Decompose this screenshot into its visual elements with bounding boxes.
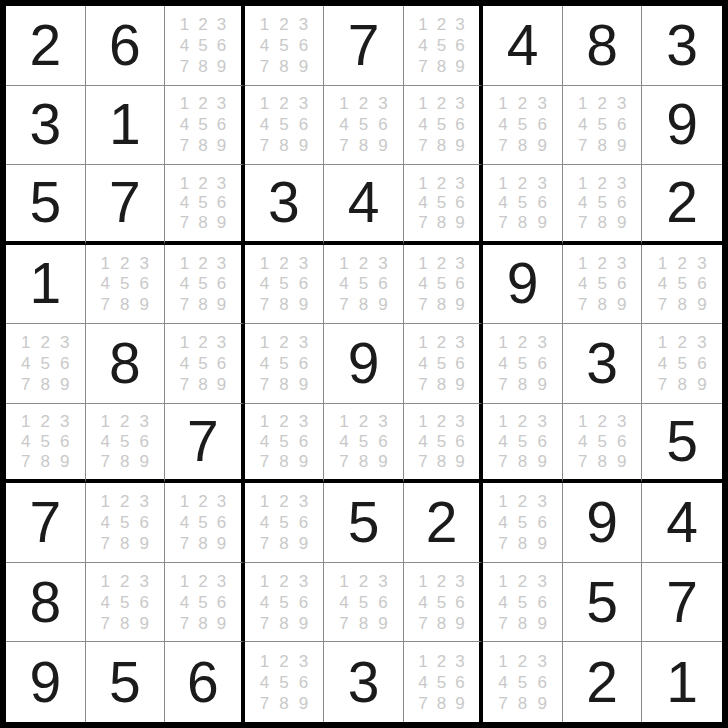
cell-r3c8[interactable]: 123456789 [563,165,643,245]
pencil-mark-9: 9 [299,615,308,632]
pencil-mark-6: 6 [617,116,626,133]
pencil-mark-6: 6 [217,37,226,54]
pencil-mark-1: 1 [498,334,507,351]
pencil-mark-8: 8 [518,615,527,632]
given-digit: 9 [586,494,618,551]
pencil-mark-3: 3 [299,16,308,33]
cell-r5c4[interactable]: 123456789 [245,324,325,404]
pencil-mark-9: 9 [217,296,226,313]
cell-r4c2[interactable]: 123456789 [86,245,166,325]
pencil-mark-7: 7 [180,137,189,154]
pencil-mark-1: 1 [180,255,189,272]
given-digit: 2 [426,494,458,551]
cell-r9c7[interactable]: 123456789 [483,642,563,722]
cell-r8c5[interactable]: 123456789 [324,563,404,643]
given-digit: 4 [348,174,380,231]
cell-r9c3[interactable]: 6 [165,642,245,722]
pencil-mark-8: 8 [518,535,527,552]
given-digit: 6 [187,654,219,711]
pencil-mark-9: 9 [617,214,626,231]
cell-r7c8[interactable]: 9 [563,483,643,563]
cell-r5c3[interactable]: 123456789 [165,324,245,404]
pencil-mark-8: 8 [677,376,686,393]
pencil-mark-4: 4 [418,433,427,450]
pencil-mark-8: 8 [359,453,368,470]
pencil-mark-5: 5 [120,514,129,531]
cell-r3c3[interactable]: 123456789 [165,165,245,245]
given-digit: 7 [666,574,698,631]
pencil-mark-2: 2 [279,493,288,510]
pencil-mark-6: 6 [299,594,308,611]
cell-r6c7[interactable]: 123456789 [483,404,563,484]
pencil-mark-8: 8 [279,137,288,154]
pencil-mark-1: 1 [658,334,667,351]
pencil-mark-2: 2 [198,493,207,510]
pencil-mark-9: 9 [617,296,626,313]
cell-r9c2[interactable]: 5 [86,642,166,722]
cell-r4c4[interactable]: 123456789 [245,245,325,325]
cell-r8c7[interactable]: 123456789 [483,563,563,643]
pencil-marks: 123456789 [404,642,480,722]
pencil-mark-7: 7 [180,58,189,75]
pencil-mark-6: 6 [455,674,464,691]
pencil-mark-5: 5 [41,433,50,450]
pencil-mark-6: 6 [140,594,149,611]
pencil-mark-4: 4 [498,355,507,372]
pencil-marks: 123456789 [6,324,85,403]
cell-r9c1[interactable]: 9 [6,642,86,722]
pencil-mark-6: 6 [140,514,149,531]
pencil-mark-4: 4 [578,194,587,211]
pencil-mark-1: 1 [578,255,587,272]
pencil-mark-6: 6 [455,37,464,54]
cell-r2c5[interactable]: 123456789 [324,86,404,166]
pencil-mark-4: 4 [260,37,269,54]
pencil-mark-6: 6 [378,116,387,133]
pencil-mark-4: 4 [498,674,507,691]
pencil-mark-1: 1 [418,95,427,112]
cell-r9c9[interactable]: 1 [642,642,722,722]
cell-r4c8[interactable]: 123456789 [563,245,643,325]
pencil-mark-3: 3 [60,334,69,351]
pencil-marks: 123456789 [245,324,324,403]
pencil-marks: 123456789 [642,324,722,403]
cell-r6c9[interactable]: 5 [642,404,722,484]
pencil-mark-5: 5 [198,514,207,531]
pencil-mark-5: 5 [518,194,527,211]
pencil-mark-8: 8 [597,137,606,154]
pencil-mark-6: 6 [378,594,387,611]
pencil-mark-1: 1 [260,95,269,112]
pencil-mark-7: 7 [260,296,269,313]
pencil-mark-4: 4 [418,594,427,611]
cell-r4c6[interactable]: 123456789 [404,245,484,325]
cell-r5c6[interactable]: 123456789 [404,324,484,404]
cell-r2c8[interactable]: 123456789 [563,86,643,166]
pencil-mark-2: 2 [437,334,446,351]
pencil-mark-7: 7 [180,535,189,552]
pencil-mark-6: 6 [697,355,706,372]
pencil-mark-2: 2 [518,175,527,192]
pencil-marks: 123456789 [86,563,165,642]
pencil-mark-7: 7 [180,376,189,393]
pencil-mark-2: 2 [437,255,446,272]
pencil-mark-7: 7 [498,535,507,552]
pencil-mark-6: 6 [537,433,546,450]
pencil-mark-9: 9 [217,58,226,75]
cell-r5c8[interactable]: 3 [563,324,643,404]
cell-r2c7[interactable]: 123456789 [483,86,563,166]
cell-r7c3[interactable]: 123456789 [165,483,245,563]
pencil-mark-7: 7 [418,453,427,470]
pencil-mark-5: 5 [279,433,288,450]
pencil-mark-2: 2 [437,573,446,590]
pencil-mark-1: 1 [339,573,348,590]
cell-r7c9[interactable]: 4 [642,483,722,563]
given-digit: 8 [586,17,618,74]
pencil-mark-4: 4 [658,275,667,292]
given-digit: 5 [586,574,618,631]
cell-r8c8[interactable]: 5 [563,563,643,643]
cell-r4c7[interactable]: 9 [483,245,563,325]
pencil-mark-1: 1 [180,334,189,351]
pencil-mark-5: 5 [437,355,446,372]
pencil-mark-6: 6 [455,594,464,611]
pencil-mark-2: 2 [198,255,207,272]
pencil-marks: 123456789 [642,245,722,324]
cell-r2c2[interactable]: 1 [86,86,166,166]
pencil-mark-1: 1 [260,413,269,430]
pencil-mark-8: 8 [518,376,527,393]
pencil-mark-3: 3 [455,653,464,670]
pencil-mark-8: 8 [518,453,527,470]
pencil-mark-2: 2 [597,175,606,192]
pencil-mark-3: 3 [299,493,308,510]
pencil-mark-7: 7 [418,214,427,231]
given-digit: 3 [586,335,618,392]
pencil-mark-6: 6 [617,275,626,292]
pencil-mark-4: 4 [418,674,427,691]
cell-r4c3[interactable]: 123456789 [165,245,245,325]
pencil-mark-1: 1 [101,493,110,510]
pencil-mark-7: 7 [21,376,30,393]
pencil-mark-1: 1 [658,255,667,272]
pencil-mark-8: 8 [359,137,368,154]
cell-r8c3[interactable]: 123456789 [165,563,245,643]
pencil-mark-4: 4 [418,275,427,292]
pencil-mark-6: 6 [217,594,226,611]
given-digit: 7 [109,174,141,231]
pencil-mark-6: 6 [537,594,546,611]
cell-r6c2[interactable]: 123456789 [86,404,166,484]
pencil-mark-2: 2 [120,413,129,430]
pencil-mark-8: 8 [437,453,446,470]
pencil-mark-1: 1 [260,334,269,351]
pencil-marks: 123456789 [404,324,480,403]
cell-r4c9[interactable]: 123456789 [642,245,722,325]
given-digit: 5 [666,413,698,470]
pencil-marks: 123456789 [404,563,480,642]
pencil-mark-5: 5 [279,116,288,133]
pencil-mark-1: 1 [418,573,427,590]
pencil-mark-3: 3 [299,255,308,272]
pencil-mark-6: 6 [60,433,69,450]
given-digit: 3 [348,654,380,711]
given-digit: 2 [29,17,61,74]
cell-r6c3[interactable]: 7 [165,404,245,484]
given-digit: 5 [109,654,141,711]
given-digit: 8 [109,335,141,392]
pencil-mark-2: 2 [597,413,606,430]
cell-r1c9[interactable]: 3 [642,6,722,86]
pencil-mark-9: 9 [455,296,464,313]
cell-r2c1[interactable]: 3 [6,86,86,166]
cell-r1c8[interactable]: 8 [563,6,643,86]
pencil-mark-1: 1 [101,413,110,430]
cell-r3c5[interactable]: 4 [324,165,404,245]
pencil-mark-5: 5 [41,355,50,372]
pencil-mark-7: 7 [260,58,269,75]
pencil-mark-3: 3 [217,175,226,192]
given-digit: 3 [268,174,300,231]
pencil-mark-6: 6 [455,275,464,292]
cell-r6c5[interactable]: 123456789 [324,404,404,484]
pencil-mark-4: 4 [418,194,427,211]
pencil-mark-3: 3 [217,255,226,272]
pencil-mark-9: 9 [455,58,464,75]
pencil-marks: 123456789 [404,165,480,241]
pencil-mark-3: 3 [217,16,226,33]
cell-r3c2[interactable]: 7 [86,165,166,245]
cell-r5c1[interactable]: 123456789 [6,324,86,404]
pencil-mark-8: 8 [279,296,288,313]
pencil-mark-1: 1 [21,334,30,351]
pencil-mark-7: 7 [658,376,667,393]
pencil-mark-6: 6 [378,275,387,292]
cell-r3c4[interactable]: 3 [245,165,325,245]
pencil-marks: 123456789 [483,483,562,562]
pencil-mark-2: 2 [597,95,606,112]
cell-r7c5[interactable]: 5 [324,483,404,563]
pencil-mark-4: 4 [260,355,269,372]
pencil-mark-7: 7 [498,376,507,393]
pencil-mark-7: 7 [260,376,269,393]
cell-r2c4[interactable]: 123456789 [245,86,325,166]
pencil-marks: 123456789 [245,6,324,85]
pencil-mark-8: 8 [437,58,446,75]
pencil-mark-7: 7 [180,615,189,632]
cell-r5c2[interactable]: 8 [86,324,166,404]
cell-r2c6[interactable]: 123456789 [404,86,484,166]
pencil-mark-5: 5 [198,37,207,54]
pencil-mark-5: 5 [597,194,606,211]
cell-r3c9[interactable]: 2 [642,165,722,245]
pencil-mark-1: 1 [260,573,269,590]
pencil-mark-2: 2 [437,175,446,192]
pencil-mark-2: 2 [677,255,686,272]
cell-r7c2[interactable]: 123456789 [86,483,166,563]
pencil-mark-3: 3 [537,653,546,670]
given-digit: 3 [666,17,698,74]
pencil-mark-5: 5 [677,275,686,292]
pencil-mark-7: 7 [418,615,427,632]
cell-r3c1[interactable]: 5 [6,165,86,245]
cell-r2c9[interactable]: 9 [642,86,722,166]
cell-r8c6[interactable]: 123456789 [404,563,484,643]
pencil-mark-2: 2 [120,493,129,510]
pencil-mark-4: 4 [101,594,110,611]
pencil-mark-8: 8 [437,695,446,712]
pencil-mark-8: 8 [198,58,207,75]
pencil-mark-4: 4 [339,275,348,292]
cell-r7c7[interactable]: 123456789 [483,483,563,563]
pencil-mark-1: 1 [339,255,348,272]
cell-r7c4[interactable]: 123456789 [245,483,325,563]
pencil-mark-8: 8 [198,214,207,231]
pencil-mark-5: 5 [437,674,446,691]
cell-r8c2[interactable]: 123456789 [86,563,166,643]
pencil-mark-1: 1 [418,334,427,351]
pencil-mark-6: 6 [537,194,546,211]
pencil-mark-3: 3 [617,95,626,112]
pencil-marks: 123456789 [86,483,165,562]
pencil-mark-3: 3 [617,255,626,272]
cell-r1c4[interactable]: 123456789 [245,6,325,86]
cell-r3c7[interactable]: 123456789 [483,165,563,245]
cell-r6c1[interactable]: 123456789 [6,404,86,484]
pencil-mark-7: 7 [21,453,30,470]
cell-r1c6[interactable]: 123456789 [404,6,484,86]
cell-r8c1[interactable]: 8 [6,563,86,643]
pencil-mark-4: 4 [101,514,110,531]
pencil-mark-4: 4 [260,514,269,531]
cell-r6c6[interactable]: 123456789 [404,404,484,484]
pencil-mark-3: 3 [537,95,546,112]
pencil-mark-8: 8 [359,296,368,313]
pencil-mark-9: 9 [537,695,546,712]
pencil-mark-1: 1 [498,413,507,430]
given-digit: 8 [29,574,61,631]
given-digit: 1 [29,255,61,312]
pencil-mark-2: 2 [198,334,207,351]
pencil-mark-1: 1 [418,653,427,670]
given-digit: 5 [29,174,61,231]
pencil-mark-7: 7 [578,137,587,154]
cell-r6c8[interactable]: 123456789 [563,404,643,484]
cell-r7c6[interactable]: 2 [404,483,484,563]
cell-r4c1[interactable]: 1 [6,245,86,325]
pencil-mark-4: 4 [260,275,269,292]
pencil-mark-8: 8 [198,615,207,632]
pencil-mark-1: 1 [339,95,348,112]
pencil-mark-4: 4 [418,355,427,372]
pencil-mark-2: 2 [120,255,129,272]
pencil-mark-6: 6 [217,355,226,372]
pencil-mark-6: 6 [299,116,308,133]
cell-r9c5[interactable]: 3 [324,642,404,722]
pencil-mark-1: 1 [180,493,189,510]
given-digit: 2 [586,654,618,711]
pencil-mark-2: 2 [279,16,288,33]
pencil-marks: 123456789 [483,86,562,165]
cell-r2c3[interactable]: 123456789 [165,86,245,166]
cell-r1c2[interactable]: 6 [86,6,166,86]
cell-r9c6[interactable]: 123456789 [404,642,484,722]
pencil-mark-5: 5 [597,275,606,292]
given-digit: 7 [29,494,61,551]
given-digit: 6 [109,17,141,74]
cell-r6c4[interactable]: 123456789 [245,404,325,484]
pencil-mark-6: 6 [217,194,226,211]
cell-r8c9[interactable]: 7 [642,563,722,643]
pencil-mark-6: 6 [299,37,308,54]
cell-r5c5[interactable]: 9 [324,324,404,404]
pencil-mark-4: 4 [578,116,587,133]
cell-r1c7[interactable]: 4 [483,6,563,86]
cell-r9c8[interactable]: 2 [563,642,643,722]
pencil-mark-3: 3 [299,95,308,112]
pencil-mark-7: 7 [101,453,110,470]
pencil-mark-4: 4 [658,355,667,372]
pencil-mark-3: 3 [299,573,308,590]
cell-r1c5[interactable]: 7 [324,6,404,86]
pencil-mark-4: 4 [180,116,189,133]
pencil-mark-4: 4 [180,594,189,611]
cell-r3c6[interactable]: 123456789 [404,165,484,245]
pencil-marks: 123456789 [404,86,480,165]
cell-r8c4[interactable]: 123456789 [245,563,325,643]
pencil-mark-1: 1 [578,413,587,430]
pencil-mark-8: 8 [518,695,527,712]
pencil-mark-3: 3 [140,573,149,590]
pencil-mark-7: 7 [578,453,587,470]
pencil-mark-6: 6 [299,275,308,292]
cell-r5c7[interactable]: 123456789 [483,324,563,404]
pencil-mark-3: 3 [537,334,546,351]
pencil-mark-2: 2 [518,413,527,430]
pencil-mark-3: 3 [617,413,626,430]
cell-r7c1[interactable]: 7 [6,483,86,563]
pencil-mark-6: 6 [537,674,546,691]
cell-r4c5[interactable]: 123456789 [324,245,404,325]
cell-r1c3[interactable]: 123456789 [165,6,245,86]
pencil-mark-2: 2 [518,95,527,112]
pencil-marks: 123456789 [245,642,324,722]
pencil-marks: 123456789 [245,86,324,165]
pencil-mark-9: 9 [217,376,226,393]
given-digit: 9 [29,654,61,711]
pencil-mark-2: 2 [198,16,207,33]
pencil-mark-4: 4 [101,433,110,450]
pencil-mark-5: 5 [198,194,207,211]
pencil-mark-4: 4 [260,594,269,611]
pencil-mark-7: 7 [101,296,110,313]
pencil-mark-3: 3 [217,493,226,510]
pencil-mark-2: 2 [198,95,207,112]
pencil-mark-3: 3 [140,413,149,430]
pencil-mark-7: 7 [339,615,348,632]
pencil-mark-7: 7 [180,214,189,231]
pencil-mark-1: 1 [180,175,189,192]
pencil-mark-1: 1 [180,573,189,590]
pencil-mark-7: 7 [578,214,587,231]
cell-r1c1[interactable]: 2 [6,6,86,86]
pencil-mark-2: 2 [518,334,527,351]
pencil-mark-3: 3 [537,573,546,590]
pencil-mark-9: 9 [537,376,546,393]
cell-r9c4[interactable]: 123456789 [245,642,325,722]
cell-r5c9[interactable]: 123456789 [642,324,722,404]
